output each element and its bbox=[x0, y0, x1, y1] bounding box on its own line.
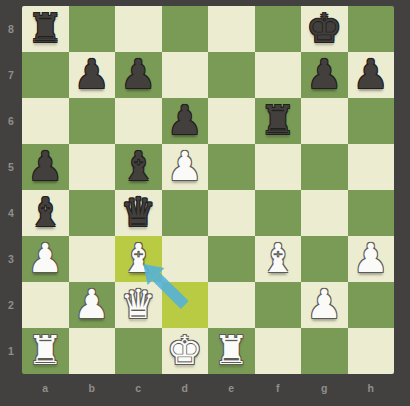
square-h8[interactable] bbox=[348, 6, 395, 52]
square-b7[interactable]: ♟ bbox=[69, 52, 116, 98]
square-d5[interactable]: ♟ bbox=[162, 144, 209, 190]
chess-board: ♜♚♟♟♟♟♟♜♟♝♟♝♛♟♝♝♟♟♛♟♜♚♜ bbox=[22, 6, 394, 374]
square-b6[interactable] bbox=[69, 98, 116, 144]
square-c6[interactable] bbox=[115, 98, 162, 144]
square-f4[interactable] bbox=[255, 190, 302, 236]
square-h5[interactable] bbox=[348, 144, 395, 190]
square-h4[interactable] bbox=[348, 190, 395, 236]
board-frame: 87654321 abcdefgh ♜♚♟♟♟♟♟♜♟♝♟♝♛♟♝♝♟♟♛♟♜♚… bbox=[0, 0, 410, 406]
square-d1[interactable]: ♚ bbox=[162, 328, 209, 374]
square-b2[interactable]: ♟ bbox=[69, 282, 116, 328]
rank-label-1: 1 bbox=[0, 328, 22, 374]
rank-label-7: 7 bbox=[0, 52, 22, 98]
piece-black-pawn[interactable]: ♟ bbox=[306, 54, 342, 94]
square-a5[interactable]: ♟ bbox=[22, 144, 69, 190]
square-e4[interactable] bbox=[208, 190, 255, 236]
rank-label-5: 5 bbox=[0, 144, 22, 190]
piece-white-pawn[interactable]: ♟ bbox=[27, 238, 63, 278]
square-g6[interactable] bbox=[301, 98, 348, 144]
square-g5[interactable] bbox=[301, 144, 348, 190]
square-g3[interactable] bbox=[301, 236, 348, 282]
file-label-g: g bbox=[301, 374, 348, 402]
square-e1[interactable]: ♜ bbox=[208, 328, 255, 374]
square-g8[interactable]: ♚ bbox=[301, 6, 348, 52]
rank-label-4: 4 bbox=[0, 190, 22, 236]
square-h2[interactable] bbox=[348, 282, 395, 328]
piece-white-rook[interactable]: ♜ bbox=[213, 330, 249, 370]
square-e3[interactable] bbox=[208, 236, 255, 282]
square-c8[interactable] bbox=[115, 6, 162, 52]
square-f8[interactable] bbox=[255, 6, 302, 52]
square-h3[interactable]: ♟ bbox=[348, 236, 395, 282]
file-label-e: e bbox=[208, 374, 255, 402]
square-f3[interactable]: ♝ bbox=[255, 236, 302, 282]
piece-black-king[interactable]: ♚ bbox=[306, 8, 342, 48]
square-g4[interactable] bbox=[301, 190, 348, 236]
piece-black-rook[interactable]: ♜ bbox=[260, 100, 296, 140]
square-d2[interactable] bbox=[162, 282, 209, 328]
square-d7[interactable] bbox=[162, 52, 209, 98]
square-d4[interactable] bbox=[162, 190, 209, 236]
square-h7[interactable]: ♟ bbox=[348, 52, 395, 98]
file-label-h: h bbox=[348, 374, 395, 402]
square-a2[interactable] bbox=[22, 282, 69, 328]
square-b1[interactable] bbox=[69, 328, 116, 374]
square-a4[interactable]: ♝ bbox=[22, 190, 69, 236]
piece-white-rook[interactable]: ♜ bbox=[27, 330, 63, 370]
piece-black-pawn[interactable]: ♟ bbox=[167, 100, 203, 140]
piece-white-pawn[interactable]: ♟ bbox=[306, 284, 342, 324]
square-e7[interactable] bbox=[208, 52, 255, 98]
square-c1[interactable] bbox=[115, 328, 162, 374]
piece-black-rook[interactable]: ♜ bbox=[27, 8, 63, 48]
piece-black-pawn[interactable]: ♟ bbox=[120, 54, 156, 94]
piece-white-queen[interactable]: ♛ bbox=[120, 284, 156, 324]
rank-label-6: 6 bbox=[0, 98, 22, 144]
file-label-c: c bbox=[115, 374, 162, 402]
square-a3[interactable]: ♟ bbox=[22, 236, 69, 282]
square-c2[interactable]: ♛ bbox=[115, 282, 162, 328]
file-label-d: d bbox=[162, 374, 209, 402]
rank-label-2: 2 bbox=[0, 282, 22, 328]
square-e8[interactable] bbox=[208, 6, 255, 52]
rank-label-3: 3 bbox=[0, 236, 22, 282]
square-b5[interactable] bbox=[69, 144, 116, 190]
square-e5[interactable] bbox=[208, 144, 255, 190]
square-b8[interactable] bbox=[69, 6, 116, 52]
square-f1[interactable] bbox=[255, 328, 302, 374]
piece-black-pawn[interactable]: ♟ bbox=[27, 146, 63, 186]
square-f7[interactable] bbox=[255, 52, 302, 98]
piece-white-bishop[interactable]: ♝ bbox=[120, 238, 156, 278]
square-g2[interactable]: ♟ bbox=[301, 282, 348, 328]
piece-white-pawn[interactable]: ♟ bbox=[74, 284, 110, 324]
square-d8[interactable] bbox=[162, 6, 209, 52]
piece-black-bishop[interactable]: ♝ bbox=[27, 192, 63, 232]
square-e2[interactable] bbox=[208, 282, 255, 328]
file-label-f: f bbox=[255, 374, 302, 402]
square-b3[interactable] bbox=[69, 236, 116, 282]
square-a8[interactable]: ♜ bbox=[22, 6, 69, 52]
square-a1[interactable]: ♜ bbox=[22, 328, 69, 374]
square-a7[interactable] bbox=[22, 52, 69, 98]
square-c3[interactable]: ♝ bbox=[115, 236, 162, 282]
square-c5[interactable]: ♝ bbox=[115, 144, 162, 190]
piece-white-pawn[interactable]: ♟ bbox=[167, 146, 203, 186]
piece-white-bishop[interactable]: ♝ bbox=[260, 238, 296, 278]
piece-black-pawn[interactable]: ♟ bbox=[353, 54, 389, 94]
square-e6[interactable] bbox=[208, 98, 255, 144]
square-f2[interactable] bbox=[255, 282, 302, 328]
piece-black-pawn[interactable]: ♟ bbox=[74, 54, 110, 94]
square-d6[interactable]: ♟ bbox=[162, 98, 209, 144]
square-a6[interactable] bbox=[22, 98, 69, 144]
square-b4[interactable] bbox=[69, 190, 116, 236]
piece-black-bishop[interactable]: ♝ bbox=[120, 146, 156, 186]
piece-white-king[interactable]: ♚ bbox=[167, 330, 203, 370]
file-label-b: b bbox=[69, 374, 116, 402]
piece-white-pawn[interactable]: ♟ bbox=[353, 238, 389, 278]
square-f5[interactable] bbox=[255, 144, 302, 190]
square-f6[interactable]: ♜ bbox=[255, 98, 302, 144]
square-c7[interactable]: ♟ bbox=[115, 52, 162, 98]
square-h1[interactable] bbox=[348, 328, 395, 374]
rank-label-8: 8 bbox=[0, 6, 22, 52]
square-d3[interactable] bbox=[162, 236, 209, 282]
square-g7[interactable]: ♟ bbox=[301, 52, 348, 98]
square-c4[interactable]: ♛ bbox=[115, 190, 162, 236]
piece-black-queen[interactable]: ♛ bbox=[120, 192, 156, 232]
square-g1[interactable] bbox=[301, 328, 348, 374]
square-h6[interactable] bbox=[348, 98, 395, 144]
file-label-a: a bbox=[22, 374, 69, 402]
